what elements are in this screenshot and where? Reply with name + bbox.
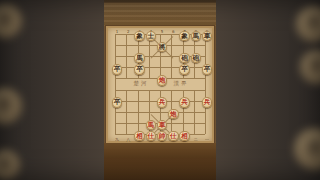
coordinate-label: 2 — [127, 29, 130, 34]
blurred-piece: 卒 — [294, 128, 320, 170]
board-piece-black[interactable]: 卒 — [112, 97, 123, 108]
board-piece-red[interactable]: 相 — [134, 131, 145, 142]
coordinate-label: 九 — [115, 137, 119, 142]
grid-line — [205, 34, 206, 134]
xiangqi-board[interactable]: 123456789九八七六五四三二一 楚河 漢界 象士象馬車將馬砲砲卒卒卒卒炮卒… — [106, 26, 214, 143]
background-blur-left: 卒 卒 卒 — [0, 0, 104, 180]
blurred-piece: 卒 — [0, 88, 22, 124]
grid-line — [138, 90, 139, 135]
coordinate-label: 5 — [161, 29, 164, 34]
grid-line — [160, 34, 161, 79]
wood-grain — [104, 0, 216, 26]
background-blur-right: 卒 卒 卒 — [216, 0, 320, 180]
grid-line — [115, 34, 116, 134]
blurred-piece: 卒 — [0, 4, 22, 38]
board-piece-red[interactable]: 炮 — [168, 109, 179, 120]
board-piece-red[interactable]: 仕 — [168, 131, 179, 142]
board-piece-red[interactable]: 兵 — [202, 97, 213, 108]
blurred-piece: 卒 — [296, 6, 320, 42]
bottom-panel — [104, 143, 216, 180]
coordinate-label: 1 — [116, 29, 119, 34]
app-header — [104, 0, 216, 26]
board-piece-black[interactable]: 象 — [179, 31, 190, 42]
board-piece-red[interactable]: 仕 — [146, 131, 157, 142]
grid-line — [126, 34, 127, 79]
board-piece-red[interactable]: 帥 — [157, 131, 168, 142]
board-piece-red[interactable]: 兵 — [157, 97, 168, 108]
coordinate-label: 6 — [172, 29, 175, 34]
blurred-piece: 卒 — [0, 150, 20, 180]
board-piece-black[interactable]: 象 — [134, 31, 145, 42]
board-piece-red[interactable]: 炮 — [157, 75, 168, 86]
board-piece-red[interactable]: 馬 — [146, 120, 157, 131]
coordinate-label: 一 — [205, 137, 209, 142]
grid-line — [126, 90, 127, 135]
board-piece-black[interactable]: 卒 — [179, 64, 190, 75]
board-piece-red[interactable]: 兵 — [179, 97, 190, 108]
coordinate-label: 八 — [126, 137, 130, 142]
phone-area: 123456789九八七六五四三二一 楚河 漢界 象士象馬車將馬砲砲卒卒卒卒炮卒… — [104, 0, 216, 180]
board-piece-black[interactable]: 車 — [202, 31, 213, 42]
grid-line — [183, 90, 184, 135]
board-piece-black[interactable]: 卒 — [202, 64, 213, 75]
grid-line — [194, 90, 195, 135]
blurred-piece: 卒 — [300, 50, 320, 84]
coordinate-label: 二 — [194, 137, 198, 142]
app-screen: 卒 卒 卒 卒 卒 卒 123456789九八七六五四三二一 楚河 漢界 象士象… — [0, 0, 320, 180]
board-piece-red[interactable]: 相 — [179, 131, 190, 142]
board-piece-black[interactable]: 卒 — [112, 64, 123, 75]
board-piece-black[interactable]: 卒 — [134, 64, 145, 75]
